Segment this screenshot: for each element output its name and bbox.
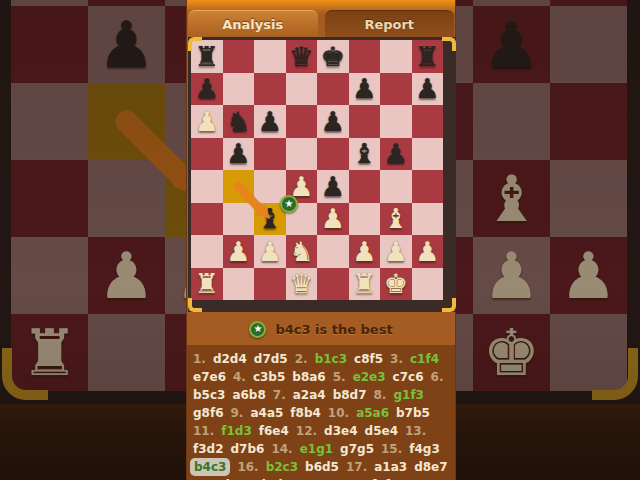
- square-c2[interactable]: ♟: [254, 235, 286, 268]
- move-number: 4.: [233, 368, 246, 386]
- move-token[interactable]: d7b6: [231, 440, 265, 458]
- black-pawn: ♟: [415, 75, 439, 102]
- move-current[interactable]: b4c3: [190, 458, 230, 476]
- move-token[interactable]: c7c6: [393, 368, 424, 386]
- move-token[interactable]: g7g5: [340, 440, 374, 458]
- black-king: ♚: [321, 43, 345, 70]
- black-pawn: ♟: [258, 108, 282, 135]
- move-number: 18.: [193, 476, 214, 480]
- square-b7[interactable]: [223, 73, 255, 106]
- square-d2[interactable]: ♞: [286, 235, 318, 268]
- square-f2[interactable]: ♟: [349, 235, 381, 268]
- square-b8[interactable]: [223, 40, 255, 73]
- move-token[interactable]: e2e3: [353, 368, 386, 386]
- move-token[interactable]: d3e4: [324, 422, 357, 440]
- black-pawn: ♟: [352, 75, 376, 102]
- square-g4[interactable]: [380, 170, 412, 203]
- move-token[interactable]: a1a3: [374, 458, 407, 476]
- move-number: 11.: [193, 422, 214, 440]
- move-token[interactable]: b8d7: [333, 386, 367, 404]
- white-rook: ♜: [352, 270, 376, 297]
- square-f1[interactable]: ♜: [349, 268, 381, 301]
- square-a1[interactable]: ♜: [191, 268, 223, 301]
- white-pawn: ♟: [321, 205, 345, 232]
- move-number: 19.: [302, 476, 323, 480]
- move-token[interactable]: f4g3: [409, 440, 440, 458]
- square-f7[interactable]: ♟: [349, 73, 381, 106]
- move-list-line: f3d2d7b614.e1g1g7g515.f4g3: [193, 439, 449, 457]
- move-token[interactable]: d1a1: [221, 476, 254, 480]
- move-token[interactable]: d5e4: [365, 422, 398, 440]
- square-g8[interactable]: [380, 40, 412, 73]
- square-h6[interactable]: [412, 105, 444, 138]
- move-token[interactable]: f7f6: [371, 476, 398, 480]
- tab-analysis[interactable]: Analysis: [188, 10, 318, 37]
- square-d7[interactable]: [286, 73, 318, 106]
- square-e1[interactable]: [317, 268, 349, 301]
- move-token[interactable]: a2a4: [293, 386, 326, 404]
- move-token[interactable]: a6b8: [232, 386, 265, 404]
- white-knight: ♞: [289, 238, 313, 265]
- board-corner-bracket-br: [442, 298, 456, 312]
- move-token[interactable]: b1c3: [315, 350, 347, 368]
- tab-bar: Analysis Report: [187, 10, 455, 37]
- square-h8[interactable]: ♜: [412, 40, 444, 73]
- screen: ♜♛♚♜♟♟♟♟♞♟♟♟♝♟♟♟♝♟♝♟♟♞♟♟♟♜♛♜♚ Analysis R…: [0, 0, 640, 480]
- square-h7[interactable]: ♟: [412, 73, 444, 106]
- white-bishop: ♝: [384, 205, 408, 232]
- move-number: 5.: [333, 368, 346, 386]
- square-c5[interactable]: [254, 138, 286, 171]
- black-rook: ♜: [415, 43, 439, 70]
- move-token[interactable]: f8b4: [290, 404, 321, 422]
- square-b6[interactable]: ♞: [223, 105, 255, 138]
- white-pawn: ♟: [352, 238, 376, 265]
- square-f8[interactable]: [349, 40, 381, 73]
- square-a3[interactable]: [191, 203, 223, 236]
- move-token[interactable]: d7d5: [254, 350, 288, 368]
- square-e6[interactable]: ♟: [317, 105, 349, 138]
- square-d5[interactable]: [286, 138, 318, 171]
- square-e7[interactable]: [317, 73, 349, 106]
- square-f5[interactable]: ♝: [349, 138, 381, 171]
- black-pawn: ♟: [226, 140, 250, 167]
- black-pawn: ♟: [321, 108, 345, 135]
- square-b4[interactable]: [223, 170, 255, 203]
- square-a7[interactable]: ♟: [191, 73, 223, 106]
- square-e4[interactable]: ♟: [317, 170, 349, 203]
- square-e8[interactable]: ♚: [317, 40, 349, 73]
- board-corner-bracket-bl: [188, 298, 202, 312]
- square-c4[interactable]: [254, 170, 286, 203]
- square-b5[interactable]: ♟: [223, 138, 255, 171]
- black-knight: ♞: [226, 108, 250, 135]
- square-d6[interactable]: [286, 105, 318, 138]
- square-f6[interactable]: [349, 105, 381, 138]
- move-token[interactable]: g8f6: [193, 404, 224, 422]
- square-h4[interactable]: [412, 170, 444, 203]
- move-token[interactable]: b5c3: [193, 386, 225, 404]
- white-pawn: ♟: [384, 238, 408, 265]
- white-pawn: ♟: [415, 238, 439, 265]
- square-a2[interactable]: [191, 235, 223, 268]
- move-number: 13.: [405, 422, 426, 440]
- move-number: 2.: [295, 350, 308, 368]
- black-pawn: ♟: [195, 75, 219, 102]
- white-pawn: ♟: [195, 108, 219, 135]
- square-e5[interactable]: [317, 138, 349, 171]
- move-token[interactable]: b6d5: [305, 458, 339, 476]
- best-move-star-icon: ★: [280, 195, 298, 213]
- move-number: 20.: [405, 476, 426, 480]
- move-token[interactable]: g1f3: [393, 386, 424, 404]
- square-d8[interactable]: ♛: [286, 40, 318, 73]
- square-f3[interactable]: [349, 203, 381, 236]
- move-number: 15.: [381, 440, 402, 458]
- move-number: 12.: [296, 422, 317, 440]
- banner-star-icon: ★: [249, 321, 266, 338]
- black-pawn: ♟: [384, 140, 408, 167]
- move-token[interactable]: f1d3: [221, 422, 252, 440]
- move-token[interactable]: d2d4: [213, 350, 247, 368]
- white-queen: ♛: [289, 270, 313, 297]
- black-bishop: ♝: [352, 140, 376, 167]
- move-number: 6.: [431, 368, 444, 386]
- move-token[interactable]: b2c3: [266, 458, 298, 476]
- square-a4[interactable]: [191, 170, 223, 203]
- move-token[interactable]: c8f5: [354, 350, 383, 368]
- square-g1[interactable]: ♚: [380, 268, 412, 301]
- square-e2[interactable]: [317, 235, 349, 268]
- analysis-app-panel: Analysis Report ♜♛♚♜♟♟♟♟♞♟♟♟♝♟♟♟♝♟♝♟♟♞♟♟…: [186, 0, 456, 480]
- move-token[interactable]: d8e7: [414, 458, 447, 476]
- square-g7[interactable]: [380, 73, 412, 106]
- move-token[interactable]: g3e5: [331, 476, 364, 480]
- move-number: 9.: [231, 404, 244, 422]
- white-king: ♚: [384, 270, 408, 297]
- black-queen: ♛: [289, 43, 313, 70]
- move-number: 16.: [237, 458, 258, 476]
- white-rook: ♜: [195, 270, 219, 297]
- square-f4[interactable]: [349, 170, 381, 203]
- move-token[interactable]: e7e6: [193, 368, 226, 386]
- square-h3[interactable]: [412, 203, 444, 236]
- best-move-banner: ★ b4c3 is the best: [187, 314, 455, 344]
- move-number: 14.: [271, 440, 292, 458]
- move-number: 7.: [273, 386, 286, 404]
- white-pawn: ♟: [226, 238, 250, 265]
- move-token[interactable]: f3d2: [193, 440, 224, 458]
- move-list-line: 1.d2d4d7d52.b1c3c8f53.c1f4: [193, 349, 449, 367]
- move-token[interactable]: e1g1: [300, 440, 333, 458]
- square-a6[interactable]: ♟: [191, 105, 223, 138]
- board-frame: ♜♛♚♜♟♟♟♟♞♟♟♟♝♟♟♟♝♟♝♟♟♞♟♟♟♜♛♜♚ ★: [188, 37, 456, 312]
- move-number: 8.: [374, 386, 387, 404]
- move-token[interactable]: a4a5: [250, 404, 283, 422]
- square-c6[interactable]: ♟: [254, 105, 286, 138]
- square-h2[interactable]: ♟: [412, 235, 444, 268]
- move-list: 1.d2d4d7d52.b1c3c8f53.c1f4e7e64.c3b5b8a6…: [187, 345, 455, 480]
- square-h5[interactable]: [412, 138, 444, 171]
- move-list-line: b4c316.b2c3b6d517.a1a3d8e7: [193, 457, 449, 475]
- move-number: 3.: [390, 350, 403, 368]
- square-g5[interactable]: ♟: [380, 138, 412, 171]
- move-list-line: 18.d1a1h7h519.g3e5f7f620.: [193, 475, 449, 480]
- square-b3[interactable]: [223, 203, 255, 236]
- square-c1[interactable]: [254, 268, 286, 301]
- move-token[interactable]: a5a6: [356, 404, 389, 422]
- square-b2[interactable]: ♟: [223, 235, 255, 268]
- square-g2[interactable]: ♟: [380, 235, 412, 268]
- move-token[interactable]: b8a6: [292, 368, 325, 386]
- square-d1[interactable]: ♛: [286, 268, 318, 301]
- square-b1[interactable]: [223, 268, 255, 301]
- move-list-line: 11.f1d3f6e412.d3e4d5e413.: [193, 421, 449, 439]
- square-h1[interactable]: [412, 268, 444, 301]
- square-c7[interactable]: [254, 73, 286, 106]
- tab-report[interactable]: Report: [325, 10, 455, 37]
- square-g3[interactable]: ♝: [380, 203, 412, 236]
- move-list-line: e7e64.c3b5b8a65.e2e3c7c66.: [193, 367, 449, 385]
- board-corner-bracket-tl: [188, 37, 202, 51]
- move-number: 17.: [346, 458, 367, 476]
- banner-text: b4c3 is the best: [275, 322, 392, 337]
- move-token[interactable]: b7b5: [396, 404, 430, 422]
- black-pawn: ♟: [321, 173, 345, 200]
- move-token[interactable]: c1f4: [410, 350, 439, 368]
- move-list-line: b5c3a6b87.a2a4b8d78.g1f3: [193, 385, 449, 403]
- square-a5[interactable]: [191, 138, 223, 171]
- move-token[interactable]: f6e4: [259, 422, 289, 440]
- white-pawn: ♟: [258, 238, 282, 265]
- board-corner-bracket-tr: [442, 37, 456, 51]
- move-token[interactable]: c3b5: [253, 368, 285, 386]
- move-list-line: g8f69.a4a5f8b410.a5a6b7b5: [193, 403, 449, 421]
- chess-board[interactable]: ♜♛♚♜♟♟♟♟♞♟♟♟♝♟♟♟♝♟♝♟♟♞♟♟♟♜♛♜♚: [191, 40, 443, 300]
- square-g6[interactable]: [380, 105, 412, 138]
- square-c8[interactable]: [254, 40, 286, 73]
- move-number: 1.: [193, 350, 206, 368]
- black-bishop: ♝: [258, 205, 282, 232]
- move-token[interactable]: h7h5: [262, 476, 296, 480]
- square-e3[interactable]: ♟: [317, 203, 349, 236]
- move-number: 10.: [328, 404, 349, 422]
